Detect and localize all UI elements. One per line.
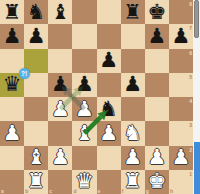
square-b7[interactable]: ♟ xyxy=(24,24,48,48)
coordinate-rank-label: 8 xyxy=(189,1,192,7)
coordinate-rank-label: 3 xyxy=(189,122,192,128)
piece-white-bishop[interactable]: ♝ xyxy=(75,123,94,144)
piece-black-pawn[interactable]: ♟ xyxy=(147,26,166,47)
square-b4[interactable] xyxy=(24,97,48,121)
coordinate-rank-label: 1 xyxy=(189,171,192,177)
square-e1[interactable]: e xyxy=(97,170,121,194)
square-c6[interactable] xyxy=(48,49,72,73)
square-c2[interactable]: ♟ xyxy=(48,146,72,170)
square-a8[interactable]: ♜ xyxy=(0,0,24,24)
square-c4[interactable]: ♟ xyxy=(48,97,72,121)
square-f3[interactable]: ♞ xyxy=(121,121,145,145)
coordinate-rank-label: 6 xyxy=(189,50,192,56)
square-f8[interactable]: ♜ xyxy=(121,0,145,24)
scrollbar-thumb[interactable] xyxy=(194,0,199,38)
piece-white-knight[interactable]: ♞ xyxy=(123,123,142,144)
piece-black-pawn[interactable]: ♟ xyxy=(123,74,142,95)
square-b1[interactable]: ♜b xyxy=(24,170,48,194)
piece-white-pawn[interactable]: ♟ xyxy=(99,123,118,144)
piece-black-knight[interactable]: ♞ xyxy=(27,2,46,23)
square-d1[interactable]: ♛d xyxy=(72,170,96,194)
square-d2[interactable] xyxy=(72,146,96,170)
square-h1[interactable]: 1h xyxy=(169,170,193,194)
piece-white-queen[interactable]: ♛ xyxy=(75,171,94,192)
square-e2[interactable] xyxy=(97,146,121,170)
coordinate-file-label: e xyxy=(98,188,101,194)
coordinate-rank-label: 4 xyxy=(189,98,192,104)
chess-board: ♜♞♝♜♚8♟♟♟♟7♟6♛♟♟♟5♟♟♞4♟♝♟♞3♝♟♟♟♟2a♜bc♛de… xyxy=(0,0,193,194)
square-g5[interactable] xyxy=(145,73,169,97)
square-g8[interactable]: ♚ xyxy=(145,0,169,24)
square-f7[interactable] xyxy=(121,24,145,48)
side-scrollbar xyxy=(193,0,200,194)
piece-white-rook[interactable]: ♜ xyxy=(27,171,46,192)
square-e5[interactable] xyxy=(97,73,121,97)
piece-white-pawn[interactable]: ♟ xyxy=(51,99,70,120)
piece-white-rook[interactable]: ♜ xyxy=(123,171,142,192)
square-b3[interactable] xyxy=(24,121,48,145)
square-h2[interactable]: ♟2 xyxy=(169,146,193,170)
square-b2[interactable]: ♝ xyxy=(24,146,48,170)
piece-black-pawn[interactable]: ♟ xyxy=(51,74,70,95)
square-g6[interactable] xyxy=(145,49,169,73)
piece-white-pawn[interactable]: ♟ xyxy=(75,99,94,120)
chess-analysis-screenshot: ♜♞♝♜♚8♟♟♟♟7♟6♛♟♟♟5♟♟♞4♟♝♟♞3♝♟♟♟♟2a♜bc♛de… xyxy=(0,0,200,194)
piece-black-rook[interactable]: ♜ xyxy=(123,2,142,23)
piece-black-pawn[interactable]: ♟ xyxy=(172,26,191,47)
square-e6[interactable]: ♟ xyxy=(97,49,121,73)
coordinate-rank-label: 5 xyxy=(189,74,192,80)
square-g4[interactable] xyxy=(145,97,169,121)
square-b8[interactable]: ♞ xyxy=(24,0,48,24)
piece-black-queen[interactable]: ♛ xyxy=(3,74,22,95)
square-g1[interactable]: ♚g xyxy=(145,170,169,194)
square-a1[interactable]: a xyxy=(0,170,24,194)
piece-black-bishop[interactable]: ♝ xyxy=(51,2,70,23)
square-h3[interactable]: 3 xyxy=(169,121,193,145)
square-d5[interactable]: ♟ xyxy=(72,73,96,97)
piece-white-pawn[interactable]: ♟ xyxy=(172,147,191,168)
piece-black-knight[interactable]: ♞ xyxy=(99,99,118,120)
coordinate-file-label: c xyxy=(49,188,52,194)
square-c3[interactable] xyxy=(48,121,72,145)
piece-black-rook[interactable]: ♜ xyxy=(3,2,22,23)
annotation-badge: ?! xyxy=(19,68,30,79)
square-f5[interactable]: ♟ xyxy=(121,73,145,97)
piece-black-king[interactable]: ♚ xyxy=(147,2,166,23)
square-e3[interactable]: ♟ xyxy=(97,121,121,145)
piece-white-pawn[interactable]: ♟ xyxy=(3,123,22,144)
piece-black-pawn[interactable]: ♟ xyxy=(3,26,22,47)
square-d3[interactable]: ♝ xyxy=(72,121,96,145)
square-e4[interactable]: ♞ xyxy=(97,97,121,121)
square-c7[interactable] xyxy=(48,24,72,48)
square-d7[interactable] xyxy=(72,24,96,48)
square-f6[interactable] xyxy=(121,49,145,73)
square-a7[interactable]: ♟ xyxy=(0,24,24,48)
square-e8[interactable] xyxy=(97,0,121,24)
square-h4[interactable]: 4 xyxy=(169,97,193,121)
piece-white-king[interactable]: ♚ xyxy=(147,171,166,192)
square-h7[interactable]: ♟7 xyxy=(169,24,193,48)
square-f4[interactable] xyxy=(121,97,145,121)
square-a3[interactable]: ♟ xyxy=(0,121,24,145)
square-c1[interactable]: c xyxy=(48,170,72,194)
square-h8[interactable]: 8 xyxy=(169,0,193,24)
square-a2[interactable] xyxy=(0,146,24,170)
coordinate-file-label: h xyxy=(170,188,173,194)
square-d8[interactable] xyxy=(72,0,96,24)
square-a4[interactable] xyxy=(0,97,24,121)
square-h5[interactable]: 5 xyxy=(169,73,193,97)
piece-white-pawn[interactable]: ♟ xyxy=(123,147,142,168)
coordinate-file-label: a xyxy=(1,188,4,194)
piece-black-pawn[interactable]: ♟ xyxy=(99,50,118,71)
square-f2[interactable]: ♟ xyxy=(121,146,145,170)
piece-white-bishop[interactable]: ♝ xyxy=(27,147,46,168)
square-h6[interactable]: 6 xyxy=(169,49,193,73)
square-c8[interactable]: ♝ xyxy=(48,0,72,24)
square-f1[interactable]: ♜f xyxy=(121,170,145,194)
piece-white-pawn[interactable]: ♟ xyxy=(51,147,70,168)
square-e7[interactable] xyxy=(97,24,121,48)
square-c5[interactable]: ♟ xyxy=(48,73,72,97)
square-g3[interactable] xyxy=(145,121,169,145)
piece-black-pawn[interactable]: ♟ xyxy=(27,26,46,47)
square-g2[interactable]: ♟ xyxy=(145,146,169,170)
piece-white-pawn[interactable]: ♟ xyxy=(147,147,166,168)
square-d6[interactable] xyxy=(72,49,96,73)
square-d4[interactable]: ♟ xyxy=(72,97,96,121)
side-accent-block xyxy=(194,142,200,194)
piece-black-pawn[interactable]: ♟ xyxy=(75,74,94,95)
square-g7[interactable]: ♟ xyxy=(145,24,169,48)
